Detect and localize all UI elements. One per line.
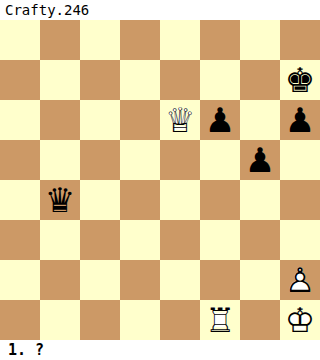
square-d7[interactable] xyxy=(120,60,160,100)
square-b6[interactable] xyxy=(40,100,80,140)
square-f4[interactable] xyxy=(200,180,240,220)
white-piece-outline: ♔ xyxy=(280,300,320,340)
square-h8[interactable] xyxy=(280,20,320,60)
square-g2[interactable] xyxy=(240,260,280,300)
square-f1[interactable]: ♜♖ xyxy=(200,300,240,340)
square-b1[interactable] xyxy=(40,300,80,340)
square-h1[interactable]: ♚♔ xyxy=(280,300,320,340)
square-c3[interactable] xyxy=(80,220,120,260)
square-a6[interactable] xyxy=(0,100,40,140)
white-piece-outline: ♖ xyxy=(200,300,240,340)
square-a1[interactable] xyxy=(0,300,40,340)
square-h5[interactable] xyxy=(280,140,320,180)
square-f3[interactable] xyxy=(200,220,240,260)
square-e1[interactable] xyxy=(160,300,200,340)
square-c1[interactable] xyxy=(80,300,120,340)
square-a3[interactable] xyxy=(0,220,40,260)
square-g3[interactable] xyxy=(240,220,280,260)
square-h3[interactable] xyxy=(280,220,320,260)
square-c8[interactable] xyxy=(80,20,120,60)
square-d6[interactable] xyxy=(120,100,160,140)
piece-white-rook-f1: ♜♖ xyxy=(200,300,240,340)
square-d4[interactable] xyxy=(120,180,160,220)
white-piece-outline: ♙ xyxy=(280,260,320,300)
square-b3[interactable] xyxy=(40,220,80,260)
engine-title: Crafty.246 xyxy=(0,0,320,20)
piece-black-pawn-g5: ♟ xyxy=(240,140,280,180)
square-h2[interactable]: ♟♙ xyxy=(280,260,320,300)
square-b4[interactable]: ♛ xyxy=(40,180,80,220)
square-h7[interactable]: ♚ xyxy=(280,60,320,100)
chess-app-window: Crafty.246 ♚♛♕♟♟♟♛♟♙♜♖♚♔ 1. ? xyxy=(0,0,320,360)
square-d5[interactable] xyxy=(120,140,160,180)
square-a7[interactable] xyxy=(0,60,40,100)
square-f7[interactable] xyxy=(200,60,240,100)
square-a5[interactable] xyxy=(0,140,40,180)
square-e6[interactable]: ♛♕ xyxy=(160,100,200,140)
square-b7[interactable] xyxy=(40,60,80,100)
square-d1[interactable] xyxy=(120,300,160,340)
square-b8[interactable] xyxy=(40,20,80,60)
square-g6[interactable] xyxy=(240,100,280,140)
square-a2[interactable] xyxy=(0,260,40,300)
square-d3[interactable] xyxy=(120,220,160,260)
square-c2[interactable] xyxy=(80,260,120,300)
square-e7[interactable] xyxy=(160,60,200,100)
square-g7[interactable] xyxy=(240,60,280,100)
square-a8[interactable] xyxy=(0,20,40,60)
square-d8[interactable] xyxy=(120,20,160,60)
square-c6[interactable] xyxy=(80,100,120,140)
chess-board: ♚♛♕♟♟♟♛♟♙♜♖♚♔ xyxy=(0,20,320,340)
square-e5[interactable] xyxy=(160,140,200,180)
square-f6[interactable]: ♟ xyxy=(200,100,240,140)
square-g8[interactable] xyxy=(240,20,280,60)
square-c5[interactable] xyxy=(80,140,120,180)
square-e8[interactable] xyxy=(160,20,200,60)
square-e3[interactable] xyxy=(160,220,200,260)
piece-white-pawn-h2: ♟♙ xyxy=(280,260,320,300)
piece-black-pawn-f6: ♟ xyxy=(200,100,240,140)
square-e4[interactable] xyxy=(160,180,200,220)
white-piece-outline: ♕ xyxy=(160,100,200,140)
square-g1[interactable] xyxy=(240,300,280,340)
piece-black-king-h7: ♚ xyxy=(280,60,320,100)
square-h4[interactable] xyxy=(280,180,320,220)
square-e2[interactable] xyxy=(160,260,200,300)
piece-white-king-h1: ♚♔ xyxy=(280,300,320,340)
square-h6[interactable]: ♟ xyxy=(280,100,320,140)
square-c7[interactable] xyxy=(80,60,120,100)
square-b2[interactable] xyxy=(40,260,80,300)
piece-white-queen-e6: ♛♕ xyxy=(160,100,200,140)
square-f2[interactable] xyxy=(200,260,240,300)
move-prompt: 1. ? xyxy=(0,340,320,360)
square-b5[interactable] xyxy=(40,140,80,180)
square-d2[interactable] xyxy=(120,260,160,300)
square-g5[interactable]: ♟ xyxy=(240,140,280,180)
square-g4[interactable] xyxy=(240,180,280,220)
square-f8[interactable] xyxy=(200,20,240,60)
square-f5[interactable] xyxy=(200,140,240,180)
square-a4[interactable] xyxy=(0,180,40,220)
piece-black-queen-b4: ♛ xyxy=(40,180,80,220)
piece-black-pawn-h6: ♟ xyxy=(280,100,320,140)
square-c4[interactable] xyxy=(80,180,120,220)
